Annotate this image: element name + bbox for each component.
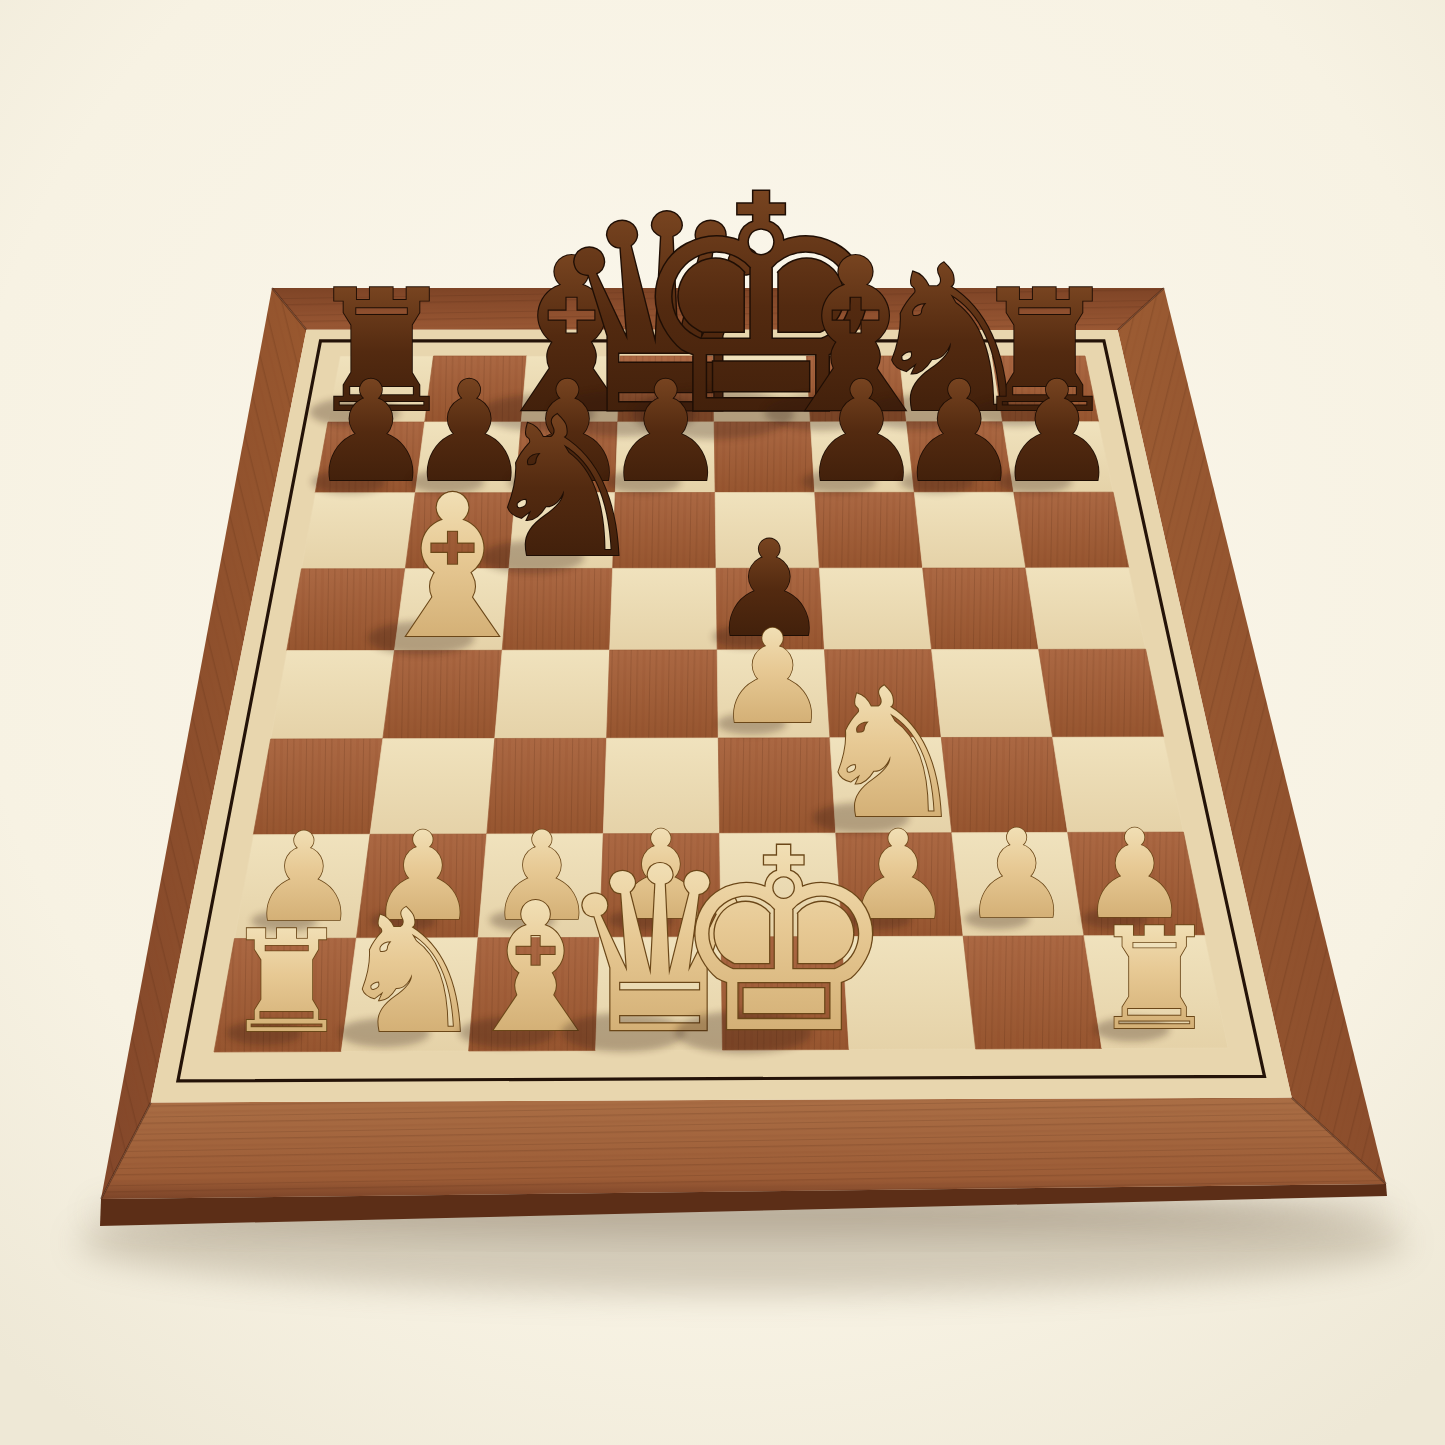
piece-white-bishop-b5[interactable]: ♝ [364,453,541,683]
piece-white-rook-a1[interactable]: ♜ [224,900,351,1064]
chessboard-photo: ♜♝♛♚♝♞♜♟♟♟♟♟♟♟♞♝♟♟♞♟♟♟♟♟♟♟♜♞♝♛♚♜ [0,0,1445,1445]
board-frame-bottom-grain [101,1098,1386,1199]
piece-white-pawn-g2[interactable]: ♟ [962,803,1072,946]
square-h4[interactable] [1039,649,1164,737]
chessboard-product-photo: ♜♝♛♚♝♞♜♟♟♟♟♟♟♟♞♝♟♟♞♟♟♟♟♟♟♟♜♞♝♛♚♜ [0,0,1445,1445]
square-g1[interactable] [963,936,1102,1049]
piece-white-king-e1[interactable]: ♚ [671,795,897,1088]
square-f5[interactable] [819,568,931,650]
square-d4[interactable] [607,650,719,738]
square-g5[interactable] [923,568,1039,650]
square-h5[interactable] [1026,568,1146,650]
piece-black-pawn-h7[interactable]: ♟ [995,351,1119,513]
piece-white-rook-h1[interactable]: ♜ [1091,897,1218,1061]
